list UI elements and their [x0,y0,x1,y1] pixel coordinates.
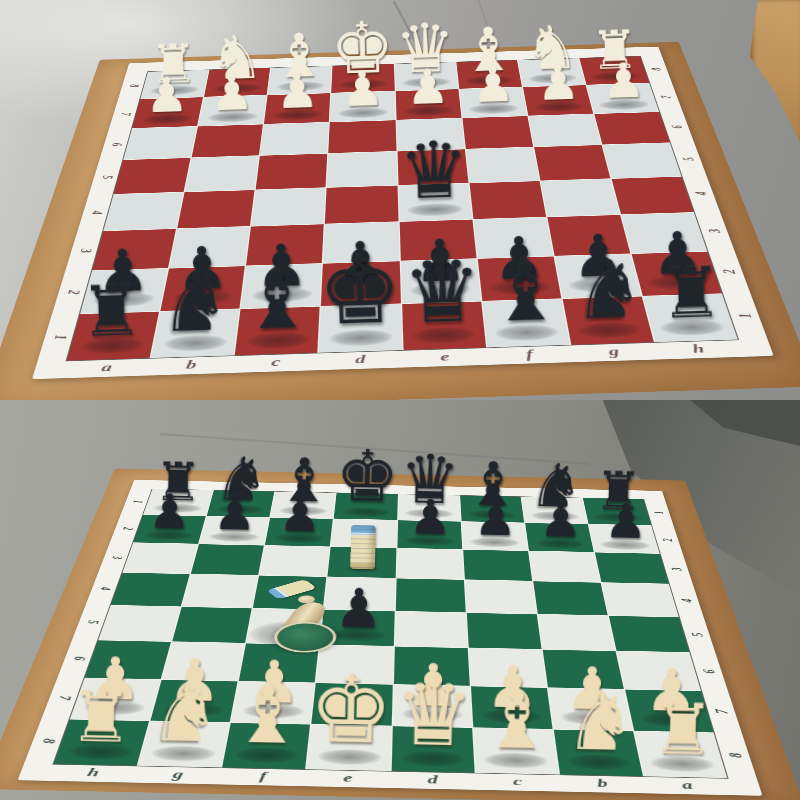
top-board-square-c5 [256,154,328,189]
rank-label-left-7: 7 [117,112,133,116]
red-white-chess-board-plane: abcdefgh8877665544332211♜♞♝♚♛♝♞♜♟♟♟♟♟♟♟♟… [32,47,774,380]
top-board-square-b7 [198,95,267,126]
top-board-square-d8 [332,64,395,93]
rank-label-right-6: 6 [668,125,685,129]
file-label-c: c [271,355,281,369]
file-label-e: e [440,350,450,364]
bottom-board-square-a4 [601,583,678,617]
bottom-board-square-h1 [143,489,213,516]
file-label-d: d [355,353,365,367]
top-board-square-g8 [518,58,586,87]
file-label-g: g [607,345,620,359]
top-board-square-e7 [395,89,461,120]
rank-label-right-8: 8 [648,68,664,71]
queen-glyph: ♛ [401,245,483,336]
rank-label-right-7: 7 [657,95,674,99]
top-board-square-h6 [594,112,670,145]
top-board-square-g6 [528,114,601,147]
bottom-board-square-c3 [463,550,532,581]
photo-green-board: hgfedcba1122334455667788♜♞♝♛♚♝♞♜♟♟♟♟♟♟♟♟… [0,400,800,800]
bottom-board-square-g2 [199,516,269,545]
file-label-g: g [171,768,184,782]
knight-glyph: ♞ [147,673,220,754]
file-label-f: f [259,770,268,784]
bottom-board-square-e2 [331,519,397,548]
bottom-board-square-h2 [133,515,206,544]
knight-glyph: ♞ [571,250,645,332]
top-board-square-a8 [140,70,208,99]
bottom-board-square-e1 [334,493,397,520]
top-board-square-h7 [586,83,659,113]
top-board-square-a7 [132,97,203,128]
bottom-board-square-a1 [583,498,651,525]
file-label-b: b [185,358,197,372]
rank-label-right-5: 5 [687,632,706,636]
file-label-a: a [680,778,694,792]
top-board-square-c6 [260,122,329,155]
bishop-glyph: ♝ [240,260,314,342]
rank-label-left-5: 5 [97,175,115,179]
bottom-board-square-d2 [397,520,462,549]
top-board-square-c7 [264,93,330,124]
top-board-square-e8 [394,62,458,91]
photo-red-board: abcdefgh8877665544332211♜♞♝♚♛♝♞♜♟♟♟♟♟♟♟♟… [0,0,800,400]
bottom-board-square-a2 [589,524,660,553]
top-board-square-b8 [204,68,270,97]
bottom-board-square-h3 [123,543,199,574]
board-rotation-wrapper: abcdefgh8877665544332211♜♞♝♚♛♝♞♜♟♟♟♟♟♟♟♟… [0,0,800,400]
top-board-square-a6 [123,127,197,160]
top-board-square-h8 [579,56,649,84]
bottom-board-square-g4 [182,574,258,607]
rook-glyph: ♜ [658,257,723,329]
piece-white-rook-h8: ♜ [47,664,154,753]
bishop-glyph: ♝ [480,680,553,761]
bottom-board-square-c4 [465,580,537,614]
bottom-board-square-d1 [398,494,461,521]
bottom-board-square-d3 [396,548,463,579]
file-label-e: e [343,771,353,785]
bottom-board-square-g3 [191,544,264,575]
queen-glyph: ♛ [393,669,475,760]
top-board-square-h5 [602,143,681,178]
board-rotation-wrapper: hgfedcba1122334455667788♜♞♝♛♚♝♞♜♟♟♟♟♟♟♟♟… [0,400,800,800]
rank-label-right-4: 4 [677,599,695,603]
rank-label-right-1: 1 [650,511,666,514]
piece-black-queen-e4: ♛ [386,116,481,211]
rank-label-left-4: 4 [95,586,113,590]
bottom-board-square-a3 [595,553,669,584]
file-label-h: h [85,766,101,780]
rank-label-left-5: 5 [83,620,102,624]
top-board-square-g7 [523,85,593,116]
chess-set-photo-collage: abcdefgh8877665544332211♜♞♝♚♛♝♞♜♟♟♟♟♟♟♟♟… [0,0,800,800]
bishop-glyph: ♝ [488,252,562,334]
rank-label-right-5: 5 [679,157,697,161]
top-board-square-b6 [192,125,263,158]
scene-bottom: hgfedcba1122334455667788♜♞♝♛♚♝♞♜♟♟♟♟♟♟♟♟… [0,400,800,800]
rank-label-left-6: 6 [107,142,124,146]
bottom-board-square-b3 [529,551,601,582]
rank-label-right-4: 4 [691,191,710,195]
rank-label-left-1: 1 [129,500,145,503]
bottom-board-square-d4 [395,579,465,613]
file-label-b: b [596,777,609,791]
rook-glyph: ♜ [78,275,143,347]
file-label-d: d [428,773,438,787]
top-board-square-b5 [185,156,259,192]
bishop-glyph: ♝ [230,675,303,756]
top-board-square-f7 [459,87,527,118]
bottom-board-square-c2 [461,522,528,551]
top-board-square-c8 [268,66,332,95]
knight-glyph: ♞ [157,263,231,345]
rook-glyph: ♜ [650,693,714,765]
top-board-square-g5 [534,145,610,180]
top-board-square-f8 [456,60,522,89]
rank-label-right-2: 2 [659,538,675,541]
rank-label-left-3: 3 [107,555,124,558]
rank-label-left-8: 8 [125,84,141,87]
file-label-f: f [525,347,534,361]
file-label-h: h [691,342,706,356]
knight-glyph: ♞ [563,682,636,763]
rank-label-right-3: 3 [668,567,685,571]
top-board-square-d7 [330,91,395,122]
bottom-board-square-h4 [111,573,190,606]
bottom-board-square-g1 [207,490,275,517]
queen-glyph: ♛ [397,131,470,211]
bottom-board-square-f1 [270,492,336,519]
scene-top: abcdefgh8877665544332211♜♞♝♚♛♝♞♜♟♟♟♟♟♟♟♟… [0,0,800,400]
file-label-c: c [512,775,522,789]
piece-black-pawn-e5: ♟ [311,566,405,636]
file-label-a: a [100,361,114,375]
bottom-board-square-b1 [521,497,587,524]
rank-label-left-2: 2 [119,527,136,530]
rook-glyph: ♜ [68,681,132,753]
green-white-chess-board-plane: hgfedcba1122334455667788♜♞♝♛♚♝♞♜♟♟♟♟♟♟♟♟… [18,480,763,796]
bottom-board-square-b4 [533,581,608,615]
rank-label-left-4: 4 [87,210,105,214]
pawn-glyph: ♟ [334,581,383,636]
top-board-square-a5 [114,158,191,194]
bottom-board-square-b2 [525,523,594,552]
piece-black-rook-h1: ♜ [637,240,745,330]
bottom-board-square-c1 [460,495,524,522]
bottom-board-square-f2 [265,518,333,547]
